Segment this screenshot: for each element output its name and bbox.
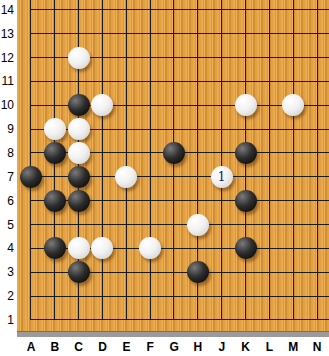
intersection-G3[interactable] <box>162 260 186 284</box>
stone-white-M10[interactable] <box>282 94 304 116</box>
row-label-1: 1 <box>0 313 14 327</box>
intersection-G13[interactable] <box>162 22 186 46</box>
intersection-F1[interactable] <box>138 308 162 331</box>
intersection-G9[interactable] <box>162 117 186 141</box>
intersection-K3[interactable] <box>234 260 258 284</box>
intersection-D1[interactable] <box>91 308 115 331</box>
intersection-H8[interactable] <box>186 141 210 165</box>
intersection-G10[interactable] <box>162 93 186 117</box>
go-app-window: 1 1413121110987654321 ABCDEFGHJKLMN <box>0 0 329 356</box>
intersection-M13[interactable] <box>281 22 305 46</box>
stone-white-F4[interactable] <box>139 237 161 259</box>
intersection-M6[interactable] <box>281 189 305 213</box>
intersection-G6[interactable] <box>162 189 186 213</box>
column-label-H: H <box>186 340 210 354</box>
intersection-M4[interactable] <box>281 236 305 260</box>
intersection-D12[interactable] <box>91 46 115 70</box>
intersection-C5[interactable] <box>67 213 91 237</box>
stone-white-J7[interactable]: 1 <box>211 166 233 188</box>
intersection-B10[interactable] <box>43 93 67 117</box>
intersection-A6[interactable] <box>19 189 43 213</box>
intersection-E4[interactable] <box>114 236 138 260</box>
intersection-N1[interactable] <box>305 308 329 331</box>
intersection-A10[interactable] <box>19 93 43 117</box>
intersection-G2[interactable] <box>162 284 186 308</box>
intersection-N14[interactable] <box>305 0 329 22</box>
intersection-B1[interactable] <box>43 308 67 331</box>
intersection-H9[interactable] <box>186 117 210 141</box>
row-label-8: 8 <box>0 146 14 160</box>
stone-white-C12[interactable] <box>68 47 90 69</box>
intersection-E9[interactable] <box>114 117 138 141</box>
stone-black-H3[interactable] <box>187 261 209 283</box>
intersection-D13[interactable] <box>91 22 115 46</box>
intersection-J14[interactable] <box>210 0 234 22</box>
intersection-H3[interactable] <box>186 260 210 284</box>
column-label-N: N <box>305 340 329 354</box>
intersection-L5[interactable] <box>257 213 281 237</box>
intersection-N4[interactable] <box>305 236 329 260</box>
intersection-C8[interactable] <box>67 141 91 165</box>
intersection-C3[interactable] <box>67 260 91 284</box>
intersection-G4[interactable] <box>162 236 186 260</box>
move-number-label: 1 <box>218 171 226 183</box>
intersection-D11[interactable] <box>91 70 115 94</box>
stone-white-B9[interactable] <box>44 118 66 140</box>
intersection-B9[interactable] <box>43 117 67 141</box>
intersection-E3[interactable] <box>114 260 138 284</box>
intersection-M8[interactable] <box>281 141 305 165</box>
intersection-D4[interactable] <box>91 236 115 260</box>
intersection-J5[interactable] <box>210 213 234 237</box>
column-label-E: E <box>114 340 138 354</box>
column-label-G: G <box>162 340 186 354</box>
go-board: 1 <box>17 0 329 331</box>
intersection-L13[interactable] <box>257 22 281 46</box>
intersection-F8[interactable] <box>138 141 162 165</box>
intersection-E8[interactable] <box>114 141 138 165</box>
intersection-J13[interactable] <box>210 22 234 46</box>
intersection-H11[interactable] <box>186 70 210 94</box>
intersection-E2[interactable] <box>114 284 138 308</box>
stone-black-B8[interactable] <box>44 142 66 164</box>
intersection-B7[interactable] <box>43 165 67 189</box>
stone-black-A7[interactable] <box>20 166 42 188</box>
row-label-12: 12 <box>0 51 14 65</box>
row-label-3: 3 <box>0 265 14 279</box>
intersection-B12[interactable] <box>43 46 67 70</box>
intersection-N3[interactable] <box>305 260 329 284</box>
intersection-F11[interactable] <box>138 70 162 94</box>
stone-black-C7[interactable] <box>68 166 90 188</box>
intersection-G12[interactable] <box>162 46 186 70</box>
stone-white-H5[interactable] <box>187 214 209 236</box>
intersection-F4[interactable] <box>138 236 162 260</box>
row-label-2: 2 <box>0 289 14 303</box>
intersection-F13[interactable] <box>138 22 162 46</box>
intersection-B5[interactable] <box>43 213 67 237</box>
intersection-L3[interactable] <box>257 260 281 284</box>
intersection-K8[interactable] <box>234 141 258 165</box>
intersection-L4[interactable] <box>257 236 281 260</box>
intersection-N7[interactable] <box>305 165 329 189</box>
intersection-E11[interactable] <box>114 70 138 94</box>
row-label-14: 14 <box>0 3 14 17</box>
intersection-N12[interactable] <box>305 46 329 70</box>
intersection-C9[interactable] <box>67 117 91 141</box>
intersection-K12[interactable] <box>234 46 258 70</box>
intersection-M10[interactable] <box>281 93 305 117</box>
column-label-A: A <box>19 340 43 354</box>
intersection-K4[interactable] <box>234 236 258 260</box>
board-edge-shadow <box>17 331 329 337</box>
intersection-C4[interactable] <box>67 236 91 260</box>
intersection-K9[interactable] <box>234 117 258 141</box>
intersection-F7[interactable] <box>138 165 162 189</box>
intersection-D9[interactable] <box>91 117 115 141</box>
intersection-F3[interactable] <box>138 260 162 284</box>
column-label-K: K <box>234 340 258 354</box>
column-label-C: C <box>67 340 91 354</box>
intersection-J6[interactable] <box>210 189 234 213</box>
intersection-L14[interactable] <box>257 0 281 22</box>
intersection-C2[interactable] <box>67 284 91 308</box>
intersection-G7[interactable] <box>162 165 186 189</box>
intersection-A14[interactable] <box>19 0 43 22</box>
stone-black-C3[interactable] <box>68 261 90 283</box>
intersection-K2[interactable] <box>234 284 258 308</box>
column-label-B: B <box>43 340 67 354</box>
row-label-6: 6 <box>0 194 14 208</box>
intersection-C6[interactable] <box>67 189 91 213</box>
row-label-10: 10 <box>0 98 14 112</box>
intersection-N11[interactable] <box>305 70 329 94</box>
stone-white-D10[interactable] <box>91 94 113 116</box>
column-label-M: M <box>281 340 305 354</box>
intersection-A11[interactable] <box>19 70 43 94</box>
stone-white-D4[interactable] <box>91 237 113 259</box>
intersection-M11[interactable] <box>281 70 305 94</box>
intersection-B3[interactable] <box>43 260 67 284</box>
intersection-N13[interactable] <box>305 22 329 46</box>
intersection-C10[interactable] <box>67 93 91 117</box>
stone-white-C8[interactable] <box>68 142 90 164</box>
intersection-H1[interactable] <box>186 308 210 331</box>
intersection-D7[interactable] <box>91 165 115 189</box>
row-label-13: 13 <box>0 27 14 41</box>
intersection-F14[interactable] <box>138 0 162 22</box>
row-label-7: 7 <box>0 170 14 184</box>
stone-black-B6[interactable] <box>44 190 66 212</box>
intersection-E13[interactable] <box>114 22 138 46</box>
intersection-B14[interactable] <box>43 0 67 22</box>
intersection-B13[interactable] <box>43 22 67 46</box>
row-label-4: 4 <box>0 241 14 255</box>
intersection-D5[interactable] <box>91 213 115 237</box>
stone-black-C10[interactable] <box>68 94 90 116</box>
intersection-J7[interactable]: 1 <box>210 165 234 189</box>
intersection-E6[interactable] <box>114 189 138 213</box>
intersection-J1[interactable] <box>210 308 234 331</box>
intersection-L7[interactable] <box>257 165 281 189</box>
intersection-L11[interactable] <box>257 70 281 94</box>
intersection-E1[interactable] <box>114 308 138 331</box>
intersection-C1[interactable] <box>67 308 91 331</box>
intersection-C12[interactable] <box>67 46 91 70</box>
intersection-N6[interactable] <box>305 189 329 213</box>
intersection-B6[interactable] <box>43 189 67 213</box>
intersection-G1[interactable] <box>162 308 186 331</box>
intersection-D10[interactable] <box>91 93 115 117</box>
intersection-A5[interactable] <box>19 213 43 237</box>
row-label-9: 9 <box>0 122 14 136</box>
intersection-K14[interactable] <box>234 0 258 22</box>
intersection-J2[interactable] <box>210 284 234 308</box>
intersection-B11[interactable] <box>43 70 67 94</box>
intersection-L12[interactable] <box>257 46 281 70</box>
intersection-E7[interactable] <box>114 165 138 189</box>
intersection-K13[interactable] <box>234 22 258 46</box>
intersection-F10[interactable] <box>138 93 162 117</box>
intersection-M12[interactable] <box>281 46 305 70</box>
intersection-L9[interactable] <box>257 117 281 141</box>
intersection-A7[interactable] <box>19 165 43 189</box>
stone-black-K6[interactable] <box>235 190 257 212</box>
intersection-N8[interactable] <box>305 141 329 165</box>
intersection-H2[interactable] <box>186 284 210 308</box>
intersection-B2[interactable] <box>43 284 67 308</box>
intersection-H10[interactable] <box>186 93 210 117</box>
intersection-D2[interactable] <box>91 284 115 308</box>
intersection-A12[interactable] <box>19 46 43 70</box>
intersection-E5[interactable] <box>114 213 138 237</box>
intersection-E14[interactable] <box>114 0 138 22</box>
intersection-H4[interactable] <box>186 236 210 260</box>
board-grid: 1 <box>19 0 329 331</box>
intersection-D3[interactable] <box>91 260 115 284</box>
intersection-A1[interactable] <box>19 308 43 331</box>
stone-black-K8[interactable] <box>235 142 257 164</box>
intersection-L8[interactable] <box>257 141 281 165</box>
stone-black-G8[interactable] <box>163 142 185 164</box>
intersection-H5[interactable] <box>186 213 210 237</box>
intersection-G14[interactable] <box>162 0 186 22</box>
intersection-F6[interactable] <box>138 189 162 213</box>
column-label-L: L <box>258 340 282 354</box>
row-label-5: 5 <box>0 218 14 232</box>
intersection-H6[interactable] <box>186 189 210 213</box>
intersection-K6[interactable] <box>234 189 258 213</box>
intersection-C11[interactable] <box>67 70 91 94</box>
intersection-F5[interactable] <box>138 213 162 237</box>
column-label-J: J <box>210 340 234 354</box>
intersection-D8[interactable] <box>91 141 115 165</box>
stone-black-B4[interactable] <box>44 237 66 259</box>
intersection-J10[interactable] <box>210 93 234 117</box>
intersection-K7[interactable] <box>234 165 258 189</box>
intersection-J3[interactable] <box>210 260 234 284</box>
intersection-H13[interactable] <box>186 22 210 46</box>
intersection-M5[interactable] <box>281 213 305 237</box>
intersection-A9[interactable] <box>19 117 43 141</box>
intersection-J12[interactable] <box>210 46 234 70</box>
intersection-N5[interactable] <box>305 213 329 237</box>
intersection-F2[interactable] <box>138 284 162 308</box>
intersection-L1[interactable] <box>257 308 281 331</box>
intersection-L10[interactable] <box>257 93 281 117</box>
intersection-A2[interactable] <box>19 284 43 308</box>
intersection-L6[interactable] <box>257 189 281 213</box>
intersection-G5[interactable] <box>162 213 186 237</box>
row-label-11: 11 <box>0 74 14 88</box>
intersection-C13[interactable] <box>67 22 91 46</box>
intersection-N9[interactable] <box>305 117 329 141</box>
intersection-J9[interactable] <box>210 117 234 141</box>
intersection-K1[interactable] <box>234 308 258 331</box>
stone-white-E7[interactable] <box>115 166 137 188</box>
intersection-J8[interactable] <box>210 141 234 165</box>
intersection-A4[interactable] <box>19 236 43 260</box>
intersection-N2[interactable] <box>305 284 329 308</box>
intersection-B8[interactable] <box>43 141 67 165</box>
intersection-F12[interactable] <box>138 46 162 70</box>
intersection-A3[interactable] <box>19 260 43 284</box>
stone-white-C9[interactable] <box>68 118 90 140</box>
intersection-F9[interactable] <box>138 117 162 141</box>
intersection-G11[interactable] <box>162 70 186 94</box>
column-label-F: F <box>138 340 162 354</box>
intersection-K11[interactable] <box>234 70 258 94</box>
intersection-D6[interactable] <box>91 189 115 213</box>
intersection-M2[interactable] <box>281 284 305 308</box>
stone-white-C4[interactable] <box>68 237 90 259</box>
intersection-L2[interactable] <box>257 284 281 308</box>
stone-white-K10[interactable] <box>235 94 257 116</box>
intersection-K10[interactable] <box>234 93 258 117</box>
intersection-C7[interactable] <box>67 165 91 189</box>
intersection-C14[interactable] <box>67 0 91 22</box>
intersection-H12[interactable] <box>186 46 210 70</box>
intersection-J11[interactable] <box>210 70 234 94</box>
intersection-D14[interactable] <box>91 0 115 22</box>
intersection-E10[interactable] <box>114 93 138 117</box>
intersection-M9[interactable] <box>281 117 305 141</box>
intersection-G8[interactable] <box>162 141 186 165</box>
intersection-E12[interactable] <box>114 46 138 70</box>
intersection-M1[interactable] <box>281 308 305 331</box>
intersection-K5[interactable] <box>234 213 258 237</box>
stone-black-C6[interactable] <box>68 190 90 212</box>
intersection-N10[interactable] <box>305 93 329 117</box>
intersection-A8[interactable] <box>19 141 43 165</box>
intersection-H7[interactable] <box>186 165 210 189</box>
intersection-J4[interactable] <box>210 236 234 260</box>
intersection-H14[interactable] <box>186 0 210 22</box>
intersection-M3[interactable] <box>281 260 305 284</box>
intersection-A13[interactable] <box>19 22 43 46</box>
intersection-M7[interactable] <box>281 165 305 189</box>
stone-black-K4[interactable] <box>235 237 257 259</box>
column-label-D: D <box>91 340 115 354</box>
intersection-B4[interactable] <box>43 236 67 260</box>
intersection-M14[interactable] <box>281 0 305 22</box>
